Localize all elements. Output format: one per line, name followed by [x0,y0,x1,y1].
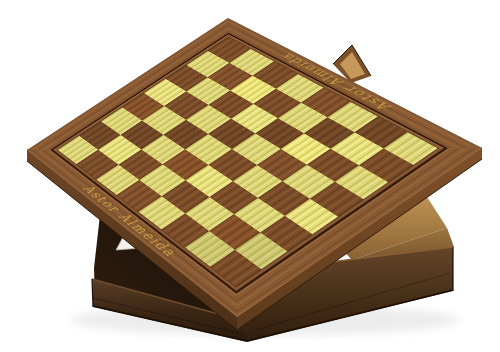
product-photo-scene: Astor Almeida Astor Almeida [0,0,500,352]
